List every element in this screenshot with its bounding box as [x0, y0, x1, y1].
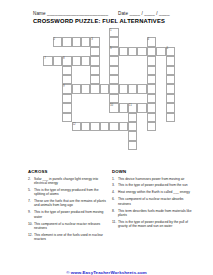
crossword-cell[interactable]	[147, 56, 156, 65]
crossword-cell[interactable]	[72, 56, 81, 65]
clue-item: 11.This is the type of power produced by…	[112, 220, 196, 229]
crossword-cell[interactable]	[147, 103, 156, 112]
clue-item: 8.This term describes fuels made from ma…	[112, 209, 196, 218]
crossword-cell[interactable]	[100, 122, 109, 131]
clue-item: 4.Heat energy within the Earth is called…	[112, 190, 196, 194]
crossword-cell[interactable]	[100, 84, 109, 93]
worksheet-page: Name _______________________ Date ____ /…	[0, 0, 213, 275]
crossword-cell[interactable]	[90, 56, 99, 65]
crossword-cell[interactable]	[137, 47, 146, 56]
crossword-cell[interactable]	[166, 103, 175, 112]
crossword-cell[interactable]	[90, 122, 99, 131]
name-field: Name _______________________	[33, 11, 108, 16]
clue-item: 7.These are the fuels that are the remai…	[28, 199, 106, 208]
cell-clue-number: 2	[54, 38, 56, 41]
clue-item: 6.This component of a nuclear reactor ab…	[112, 197, 196, 206]
crossword-cell[interactable]	[147, 66, 156, 75]
clue-item: 2.Solar ___ in panels change light energ…	[28, 177, 106, 186]
date-blank-line[interactable]: ____ / ____ / ____	[130, 11, 170, 16]
crossword-cell[interactable]	[81, 37, 90, 46]
crossword-cell[interactable]	[72, 37, 81, 46]
crossword-cell[interactable]	[62, 37, 71, 46]
crossword-cell[interactable]	[156, 47, 165, 56]
crossword-cell[interactable]	[128, 47, 137, 56]
clue-item: 9.This is the type of power produced fro…	[28, 210, 106, 219]
cell-clue-number: 9	[63, 85, 65, 88]
crossword-cell[interactable]	[147, 75, 156, 84]
across-clue-list: 2.Solar ___ in panels change light energ…	[28, 177, 106, 242]
crossword-cell[interactable]	[166, 94, 175, 103]
clue-item: 10.This component of a nuclear reactor r…	[28, 222, 106, 231]
crossword-cell[interactable]	[137, 103, 146, 112]
crossword-cell[interactable]	[62, 103, 71, 112]
cell-clue-number: 6	[166, 47, 168, 50]
page-title: CROSSWORD PUZZLE: FUEL ALTERNATIVES	[33, 18, 165, 24]
crossword-cell[interactable]	[128, 141, 137, 150]
crossword-cell[interactable]	[119, 122, 128, 131]
cell-clue-number: 10	[110, 104, 113, 107]
across-heading: ACROSS	[28, 169, 106, 174]
cell-clue-number: 3	[91, 38, 93, 41]
clue-item: 3.This is the type of power produced fro…	[112, 183, 196, 187]
crossword-cell[interactable]	[62, 75, 71, 84]
clue-item: 12.This element is one of the fuels used…	[28, 233, 106, 242]
crossword-cell[interactable]	[147, 47, 156, 56]
crossword-cell[interactable]	[166, 56, 175, 65]
cell-clue-number: 8	[63, 57, 65, 60]
crossword-cell[interactable]	[166, 84, 175, 93]
crossword-cell[interactable]	[128, 131, 137, 140]
crossword-cell[interactable]	[90, 75, 99, 84]
crossword-cell[interactable]	[62, 94, 71, 103]
clue-item-text: This component of a nuclear reactor rele…	[34, 222, 106, 231]
crossword-cell[interactable]	[147, 122, 156, 131]
cell-clue-number: 4	[148, 38, 150, 41]
cell-clue-number: 5	[110, 47, 112, 50]
crossword-cell[interactable]	[147, 94, 156, 103]
cell-clue-number: 1	[110, 29, 112, 32]
across-clues-section: ACROSS 2.Solar ___ in panels change ligh…	[28, 169, 106, 244]
down-clue-list: 1.This device harnesses power from movin…	[112, 177, 196, 229]
name-label: Name	[33, 11, 46, 16]
crossword-cell[interactable]	[137, 84, 146, 93]
down-clues-section: DOWN 1.This device harnesses power from …	[112, 169, 196, 231]
crossword-cell[interactable]	[119, 84, 128, 93]
crossword-cell[interactable]	[109, 56, 118, 65]
crossword-cell[interactable]	[81, 122, 90, 131]
clue-item-text: This term describes fuels made from mate…	[118, 209, 196, 218]
crossword-cell[interactable]	[119, 47, 128, 56]
crossword-cell[interactable]	[109, 66, 118, 75]
crossword-cell[interactable]	[119, 103, 128, 112]
footer: © www.EasyTeacherWorksheets.com	[0, 260, 213, 275]
crossword-cell[interactable]	[147, 113, 156, 122]
date-field: Date ____ / ____ / ____	[118, 11, 170, 16]
cell-clue-number: 11	[129, 104, 132, 107]
clue-item-text: This device harnesses power from moving …	[118, 177, 196, 181]
cell-clue-number: 12	[72, 123, 75, 126]
crossword-cell[interactable]	[72, 84, 81, 93]
crossword-cell[interactable]	[53, 56, 62, 65]
crossword-cell[interactable]	[166, 75, 175, 84]
clue-item-text: This is the type of power produced by th…	[118, 220, 196, 229]
clue-item-text: This component of a nuclear reactor abso…	[118, 197, 196, 206]
crossword-cell[interactable]	[90, 66, 99, 75]
clue-item-text: This element is one of the fuels used in…	[34, 233, 106, 242]
crossword-grid: 123456789101112	[34, 28, 199, 156]
crossword-cell[interactable]	[62, 66, 71, 75]
cell-clue-number: 7	[44, 57, 46, 60]
clue-item-text: This is the type of power produced from …	[34, 210, 106, 219]
crossword-cell[interactable]	[90, 84, 99, 93]
crossword-cell[interactable]	[62, 113, 71, 122]
crossword-cell[interactable]	[109, 37, 118, 46]
clue-item: 5.This is the type of energy produced fr…	[28, 188, 106, 197]
clue-item-text: Heat energy within the Earth is called _…	[118, 190, 196, 194]
crossword-cell[interactable]	[109, 75, 118, 84]
crossword-cell[interactable]	[109, 84, 118, 93]
crossword-cell[interactable]	[128, 113, 137, 122]
clue-item: 1.This device harnesses power from movin…	[112, 177, 196, 181]
clue-item-text: These are the fuels that are the remains…	[34, 199, 106, 208]
clue-item-text: This is the type of energy produced from…	[34, 188, 106, 197]
crossword-cell[interactable]	[147, 84, 156, 93]
crossword-cell[interactable]	[166, 113, 175, 122]
clue-item-text: Solar ___ in panels change light energy …	[34, 177, 106, 186]
crossword-cell[interactable]	[128, 84, 137, 93]
crossword-cell[interactable]	[109, 94, 118, 103]
crossword-cell[interactable]	[166, 66, 175, 75]
down-heading: DOWN	[112, 169, 196, 174]
crossword-cell[interactable]	[90, 47, 99, 56]
clue-item-text: This is the type of power produced from …	[118, 183, 196, 187]
date-label: Date	[118, 11, 128, 16]
name-blank-line[interactable]: _______________________	[47, 11, 108, 16]
worksheet-site-link[interactable]: © www.EasyTeacherWorksheets.com	[66, 270, 147, 275]
crossword-cell[interactable]	[81, 84, 90, 93]
crossword-cell[interactable]	[109, 122, 118, 131]
crossword-cell[interactable]	[81, 56, 90, 65]
crossword-cell[interactable]	[128, 122, 137, 131]
